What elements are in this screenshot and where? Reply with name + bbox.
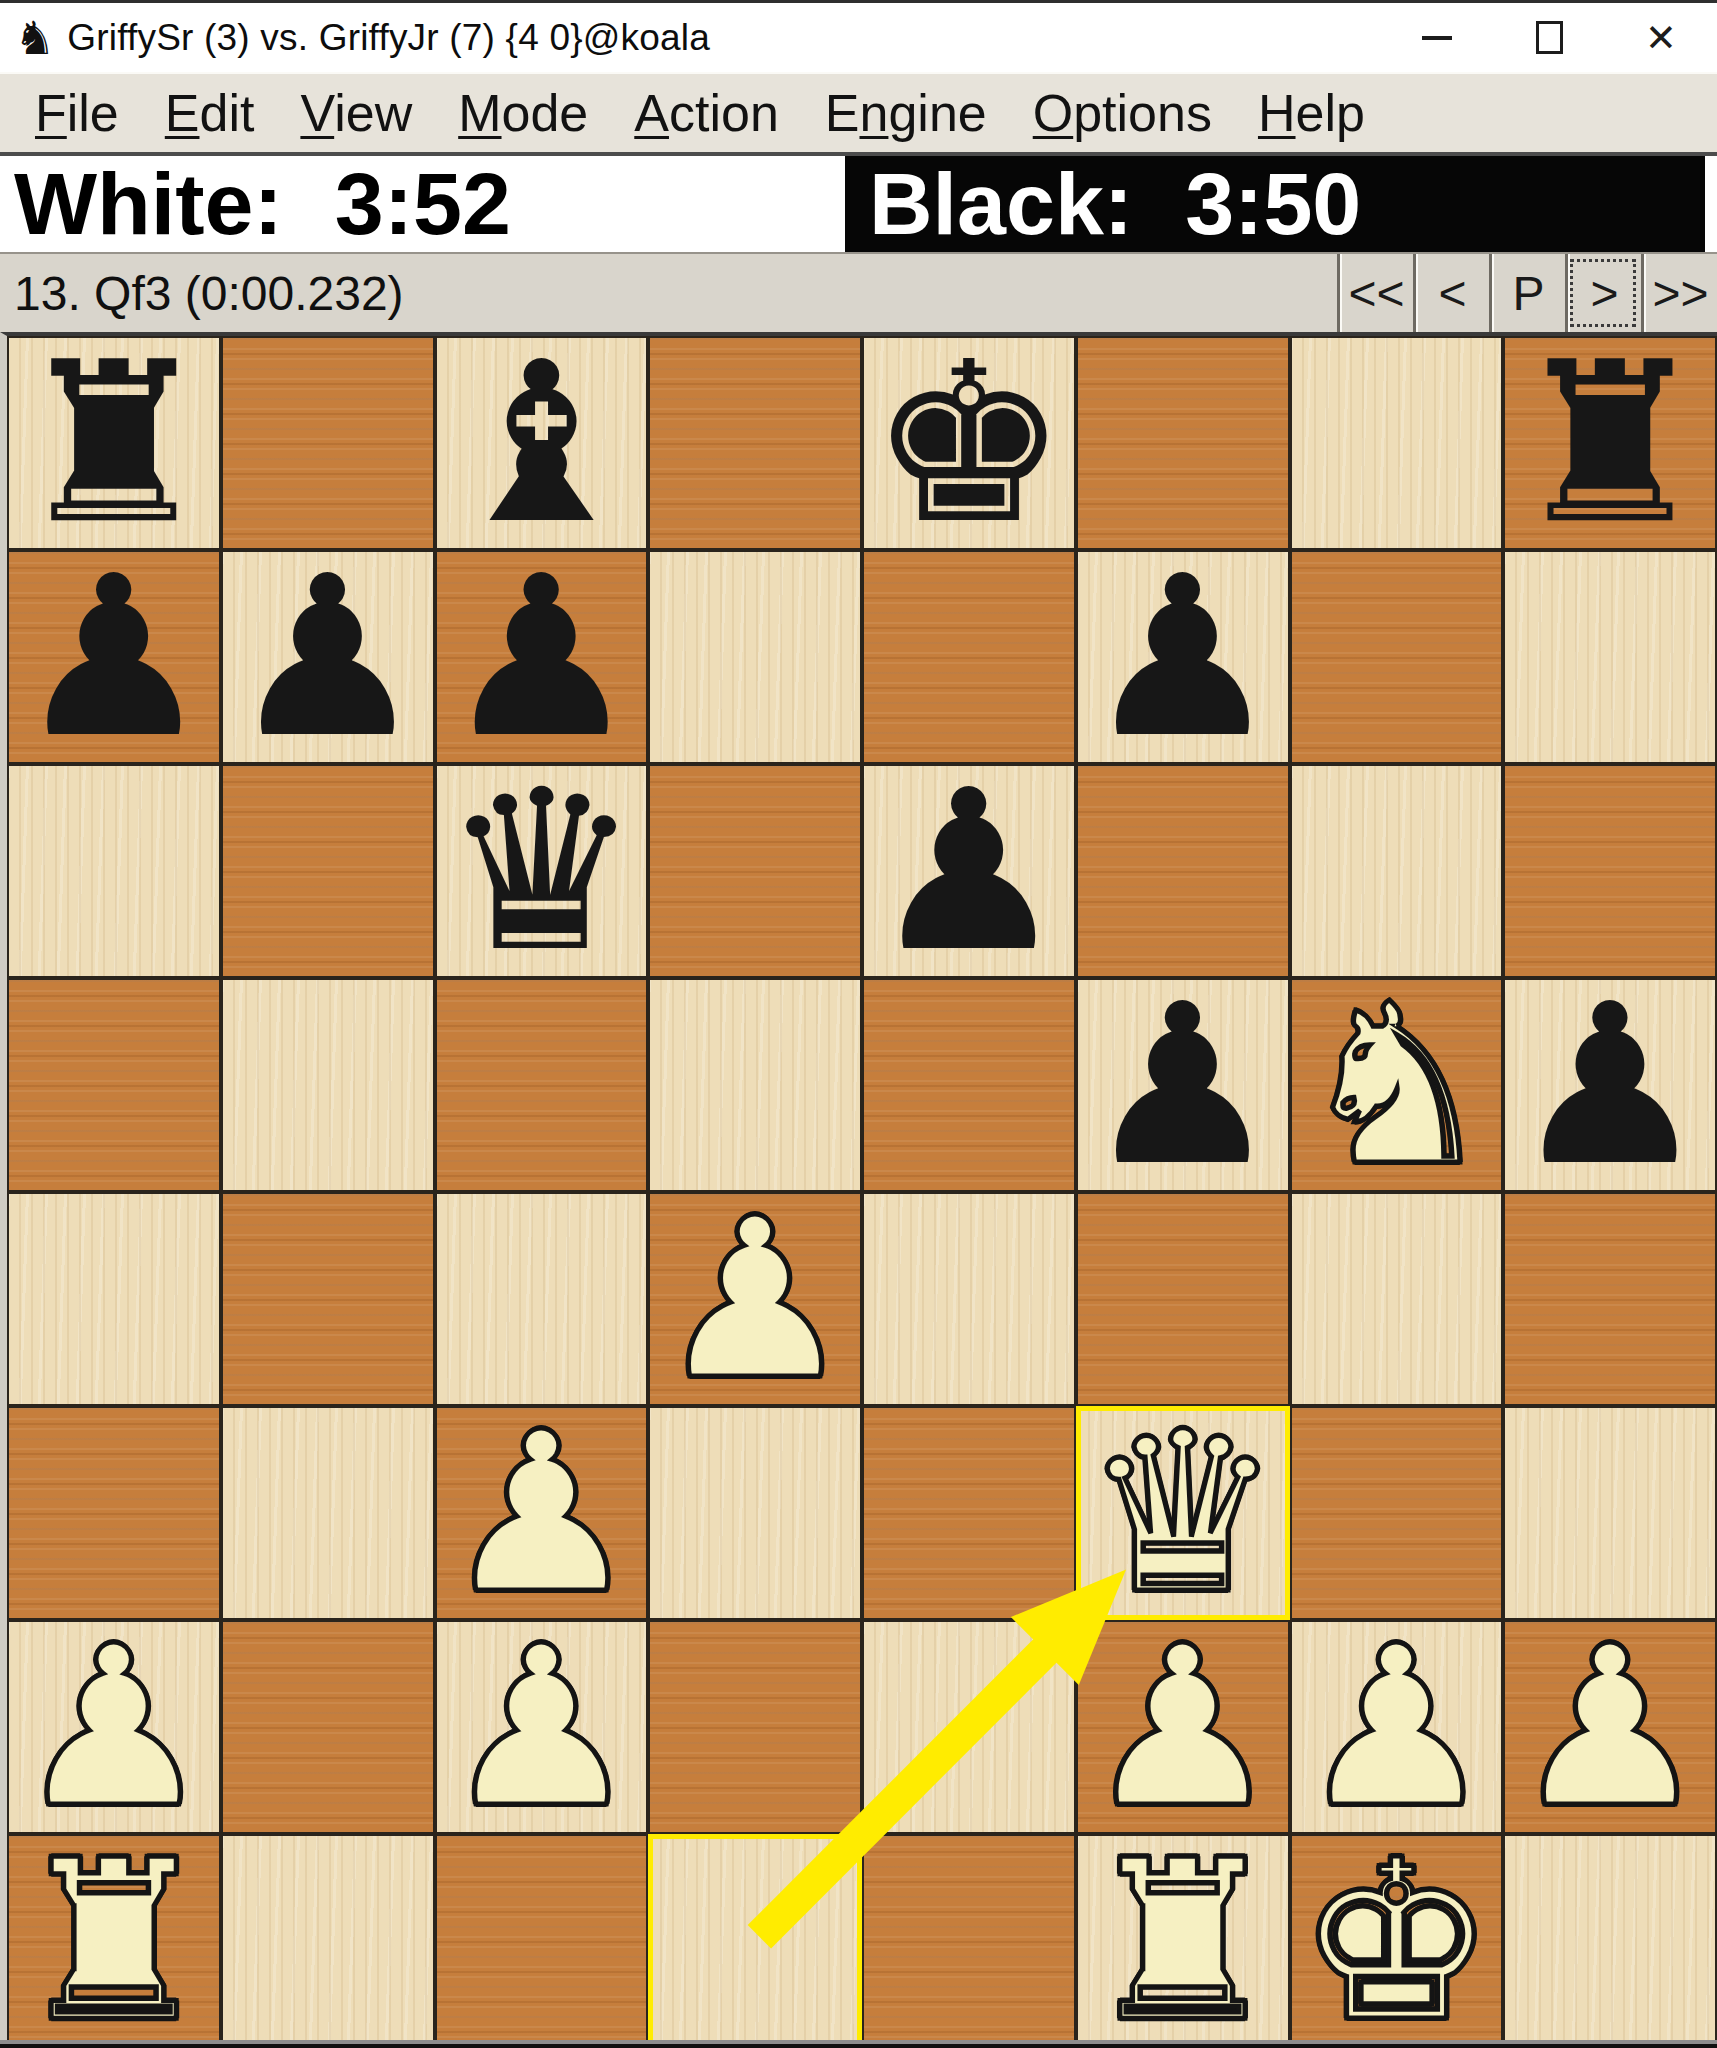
square-h7[interactable]: [1503, 550, 1717, 764]
black-pawn[interactable]: ♟: [1076, 978, 1290, 1192]
white-pawn[interactable]: ♟: [435, 1406, 649, 1620]
white-pawn[interactable]: ♟: [648, 1192, 862, 1406]
square-d4[interactable]: ♟: [648, 1192, 862, 1406]
black-pawn[interactable]: ♟: [1503, 978, 1717, 1192]
black-rook[interactable]: ♜: [7, 336, 221, 550]
square-c4[interactable]: [435, 1192, 649, 1406]
black-pawn[interactable]: ♟: [862, 764, 1076, 978]
square-h2[interactable]: ♟: [1503, 1620, 1717, 1834]
menu-file[interactable]: File: [12, 83, 142, 143]
square-e8[interactable]: ♚: [862, 336, 1076, 550]
square-e7[interactable]: [862, 550, 1076, 764]
square-d7[interactable]: [648, 550, 862, 764]
square-e1[interactable]: [862, 1834, 1076, 2048]
menu-edit[interactable]: Edit: [142, 83, 278, 143]
minimize-icon: [1422, 36, 1452, 40]
black-king[interactable]: ♚: [862, 336, 1076, 550]
square-e2[interactable]: [862, 1620, 1076, 1834]
square-b2[interactable]: [221, 1620, 435, 1834]
square-h4[interactable]: [1503, 1192, 1717, 1406]
clock-row: White: 3:52 Black: 3:50: [0, 156, 1717, 252]
square-e5[interactable]: [862, 978, 1076, 1192]
black-pawn[interactable]: ♟: [1076, 550, 1290, 764]
square-f2[interactable]: ♟: [1076, 1620, 1290, 1834]
window-title: GriffySr (3) vs. GriffyJr (7) {4 0}@koal…: [67, 17, 710, 59]
board-grid: ♜♝♚♜♟♟♟♟♛♟♟♞♟♟♟♛♟♟♟♟♟♜♜♚: [7, 336, 1717, 2048]
square-a3[interactable]: [7, 1406, 221, 1620]
square-h6[interactable]: [1503, 764, 1717, 978]
square-c3[interactable]: ♟: [435, 1406, 649, 1620]
black-rook[interactable]: ♜: [1503, 336, 1717, 550]
square-c5[interactable]: [435, 978, 649, 1192]
square-h1[interactable]: [1503, 1834, 1717, 2048]
square-e3[interactable]: [862, 1406, 1076, 1620]
square-b6[interactable]: [221, 764, 435, 978]
square-h5[interactable]: ♟: [1503, 978, 1717, 1192]
square-c2[interactable]: ♟: [435, 1620, 649, 1834]
square-c1[interactable]: [435, 1834, 649, 2048]
square-b1[interactable]: [221, 1834, 435, 2048]
black-clock-label: Black:: [869, 160, 1133, 248]
square-f4[interactable]: [1076, 1192, 1290, 1406]
title-bar: GriffySr (3) vs. GriffyJr (7) {4 0}@koal…: [0, 0, 1717, 72]
close-button[interactable]: [1605, 3, 1717, 72]
step-back-button[interactable]: <: [1413, 254, 1489, 332]
minimize-button[interactable]: [1381, 3, 1493, 72]
black-pawn[interactable]: ♟: [7, 550, 221, 764]
square-b3[interactable]: [221, 1406, 435, 1620]
square-e6[interactable]: ♟: [862, 764, 1076, 978]
square-f3[interactable]: ♛: [1076, 1406, 1290, 1620]
white-pawn[interactable]: ♟: [1290, 1620, 1504, 1834]
black-clock: Black: 3:50: [845, 156, 1705, 252]
square-e4[interactable]: [862, 1192, 1076, 1406]
white-rook[interactable]: ♜: [1076, 1834, 1290, 2048]
square-b8[interactable]: [221, 336, 435, 550]
square-c8[interactable]: ♝: [435, 336, 649, 550]
menu-mode[interactable]: Mode: [435, 83, 611, 143]
knight-icon: [14, 15, 55, 61]
white-rook[interactable]: ♜: [7, 1834, 221, 2048]
white-clock-time: 3:52: [335, 160, 511, 248]
white-pawn[interactable]: ♟: [1503, 1620, 1717, 1834]
square-b5[interactable]: [221, 978, 435, 1192]
black-bishop[interactable]: ♝: [435, 336, 649, 550]
square-c7[interactable]: ♟: [435, 550, 649, 764]
close-icon: [1645, 16, 1677, 60]
square-b4[interactable]: [221, 1192, 435, 1406]
chess-board: ♜♝♚♜♟♟♟♟♛♟♟♞♟♟♟♛♟♟♟♟♟♜♜♚: [0, 332, 1717, 2048]
white-king[interactable]: ♚: [1290, 1834, 1504, 2048]
square-f5[interactable]: ♟: [1076, 978, 1290, 1192]
black-pawn[interactable]: ♟: [221, 550, 435, 764]
square-g7[interactable]: [1290, 550, 1504, 764]
square-c6[interactable]: ♛: [435, 764, 649, 978]
maximize-button[interactable]: [1493, 3, 1605, 72]
square-f6[interactable]: [1076, 764, 1290, 978]
white-pawn[interactable]: ♟: [7, 1620, 221, 1834]
window-bottom-edge: [0, 2040, 1717, 2048]
menu-action[interactable]: Action: [611, 83, 802, 143]
white-pawn[interactable]: ♟: [1076, 1620, 1290, 1834]
white-knight[interactable]: ♞: [1290, 978, 1504, 1192]
square-b7[interactable]: ♟: [221, 550, 435, 764]
square-h8[interactable]: ♜: [1503, 336, 1717, 550]
square-a6[interactable]: [7, 764, 221, 978]
white-pawn[interactable]: ♟: [435, 1620, 649, 1834]
square-d1[interactable]: [648, 1834, 862, 2048]
square-d2[interactable]: [648, 1620, 862, 1834]
square-f7[interactable]: ♟: [1076, 550, 1290, 764]
square-a1[interactable]: ♜: [7, 1834, 221, 2048]
black-pawn[interactable]: ♟: [435, 550, 649, 764]
menu-bar: FileEditViewModeActionEngineOptionsHelp: [0, 72, 1717, 156]
square-g2[interactable]: ♟: [1290, 1620, 1504, 1834]
square-a2[interactable]: ♟: [7, 1620, 221, 1834]
square-a5[interactable]: [7, 978, 221, 1192]
menu-options[interactable]: Options: [1010, 83, 1235, 143]
black-queen[interactable]: ♛: [435, 764, 649, 978]
square-a8[interactable]: ♜: [7, 336, 221, 550]
white-clock: White: 3:52: [0, 156, 845, 252]
square-d5[interactable]: [648, 978, 862, 1192]
square-f1[interactable]: ♜: [1076, 1834, 1290, 2048]
rewind-to-start-button[interactable]: <<: [1337, 254, 1413, 332]
menu-engine[interactable]: Engine: [802, 83, 1010, 143]
square-g8[interactable]: [1290, 336, 1504, 550]
square-f8[interactable]: [1076, 336, 1290, 550]
square-g3[interactable]: [1290, 1406, 1504, 1620]
square-h3[interactable]: [1503, 1406, 1717, 1620]
move-bar: 13. Qf3 (0:00.232) <<<P>>>: [0, 252, 1717, 332]
square-a4[interactable]: [7, 1192, 221, 1406]
menu-help[interactable]: Help: [1235, 83, 1388, 143]
square-d3[interactable]: [648, 1406, 862, 1620]
square-g6[interactable]: [1290, 764, 1504, 978]
white-clock-label: White:: [14, 160, 283, 248]
maximize-icon: [1536, 21, 1563, 54]
black-clock-time: 3:50: [1185, 160, 1361, 248]
square-d6[interactable]: [648, 764, 862, 978]
square-g4[interactable]: [1290, 1192, 1504, 1406]
white-queen[interactable]: ♛: [1076, 1406, 1290, 1620]
window-controls: [1381, 3, 1717, 72]
square-d8[interactable]: [648, 336, 862, 550]
square-a7[interactable]: ♟: [7, 550, 221, 764]
square-g1[interactable]: ♚: [1290, 1834, 1504, 2048]
square-g5[interactable]: ♞: [1290, 978, 1504, 1192]
menu-view[interactable]: View: [277, 83, 435, 143]
move-text: 13. Qf3 (0:00.232): [0, 266, 404, 321]
